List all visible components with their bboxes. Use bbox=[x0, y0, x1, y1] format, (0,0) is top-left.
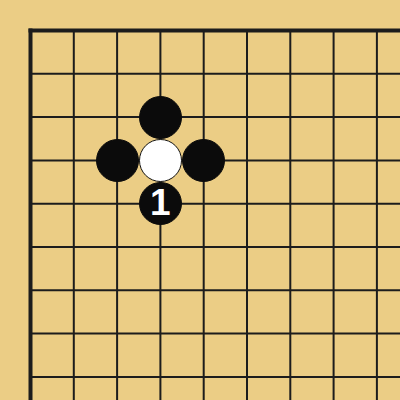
go-board[interactable]: 1 bbox=[0, 0, 400, 400]
stone-black-move-1[interactable]: 1 bbox=[139, 182, 182, 225]
stones-layer: 1 bbox=[0, 0, 400, 400]
move-number-label: 1 bbox=[150, 184, 171, 223]
go-diagram: 1 bbox=[0, 0, 400, 400]
stone-black[interactable] bbox=[96, 139, 139, 182]
stone-white[interactable] bbox=[139, 139, 182, 182]
stone-black[interactable] bbox=[182, 139, 225, 182]
stone-black[interactable] bbox=[139, 96, 182, 139]
